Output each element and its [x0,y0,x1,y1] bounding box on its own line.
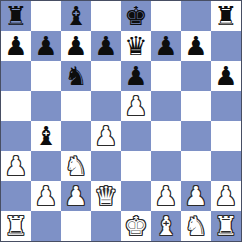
square-b4[interactable]: ♝ [31,121,61,151]
square-c7[interactable]: ♟ [61,31,91,61]
square-c1[interactable] [61,211,91,241]
black-bishop-icon: ♝ [34,121,57,151]
white-pawn-icon: ♟ [34,181,57,211]
white-rook-icon: ♜ [4,211,27,241]
black-pawn-icon: ♟ [124,61,147,91]
white-bishop-icon: ♝ [154,211,177,241]
square-c5[interactable] [61,91,91,121]
square-f6[interactable] [151,61,181,91]
black-pawn-icon: ♟ [4,31,27,61]
black-pawn-icon: ♟ [34,31,57,61]
square-g2[interactable]: ♟ [181,181,211,211]
square-f2[interactable]: ♟ [151,181,181,211]
white-pawn-icon: ♟ [184,181,207,211]
white-king-icon: ♚ [124,211,147,241]
white-pawn-icon: ♟ [4,151,27,181]
square-d4[interactable]: ♟ [91,121,121,151]
black-bishop-icon: ♝ [64,1,87,31]
square-d7[interactable]: ♟ [91,31,121,61]
black-pawn-icon: ♟ [94,31,117,61]
square-f8[interactable] [151,1,181,31]
square-a2[interactable] [1,181,31,211]
black-pawn-icon: ♟ [154,31,177,61]
square-b2[interactable]: ♟ [31,181,61,211]
black-rook-icon: ♜ [214,1,237,31]
white-pawn-icon: ♟ [124,91,147,121]
black-pawn-icon: ♟ [184,31,207,61]
square-c2[interactable]: ♟ [61,181,91,211]
square-b5[interactable] [31,91,61,121]
square-e2[interactable] [121,181,151,211]
square-h2[interactable]: ♟ [211,181,241,211]
square-e4[interactable] [121,121,151,151]
square-e1[interactable]: ♚ [121,211,151,241]
square-g8[interactable] [181,1,211,31]
white-knight-icon: ♞ [184,211,207,241]
square-b8[interactable] [31,1,61,31]
white-pawn-icon: ♟ [214,181,237,211]
white-rook-icon: ♜ [214,211,237,241]
square-d2[interactable]: ♛ [91,181,121,211]
square-f3[interactable] [151,151,181,181]
square-f1[interactable]: ♝ [151,211,181,241]
square-b3[interactable] [31,151,61,181]
white-pawn-icon: ♟ [94,121,117,151]
chess-board: ♜♝♚♜♟♟♟♟♛♟♟♞♟♟♟♝♟♟♞♟♟♛♟♟♟♜♚♝♞♜ [1,1,241,241]
square-g1[interactable]: ♞ [181,211,211,241]
square-c8[interactable]: ♝ [61,1,91,31]
square-h5[interactable] [211,91,241,121]
square-a8[interactable]: ♜ [1,1,31,31]
square-d6[interactable] [91,61,121,91]
square-a6[interactable] [1,61,31,91]
square-a1[interactable]: ♜ [1,211,31,241]
white-pawn-icon: ♟ [154,181,177,211]
square-e6[interactable]: ♟ [121,61,151,91]
black-king-icon: ♚ [124,1,147,31]
black-knight-icon: ♞ [64,61,87,91]
square-h3[interactable] [211,151,241,181]
square-g5[interactable] [181,91,211,121]
square-g6[interactable] [181,61,211,91]
square-c4[interactable] [61,121,91,151]
square-g4[interactable] [181,121,211,151]
black-pawn-icon: ♟ [214,61,237,91]
square-h7[interactable] [211,31,241,61]
white-pawn-icon: ♟ [64,181,87,211]
square-a3[interactable]: ♟ [1,151,31,181]
chess-board-frame: ♜♝♚♜♟♟♟♟♛♟♟♞♟♟♟♝♟♟♞♟♟♛♟♟♟♜♚♝♞♜ [0,0,242,242]
square-e3[interactable] [121,151,151,181]
square-b6[interactable] [31,61,61,91]
square-c3[interactable]: ♞ [61,151,91,181]
square-a5[interactable] [1,91,31,121]
square-a7[interactable]: ♟ [1,31,31,61]
black-rook-icon: ♜ [4,1,27,31]
square-g3[interactable] [181,151,211,181]
square-h6[interactable]: ♟ [211,61,241,91]
square-f7[interactable]: ♟ [151,31,181,61]
square-g7[interactable]: ♟ [181,31,211,61]
white-queen-icon: ♛ [94,181,117,211]
square-d1[interactable] [91,211,121,241]
black-queen-icon: ♛ [124,31,147,61]
square-e8[interactable]: ♚ [121,1,151,31]
square-d3[interactable] [91,151,121,181]
square-h1[interactable]: ♜ [211,211,241,241]
white-knight-icon: ♞ [64,151,87,181]
square-a4[interactable] [1,121,31,151]
square-e5[interactable]: ♟ [121,91,151,121]
square-h8[interactable]: ♜ [211,1,241,31]
square-f4[interactable] [151,121,181,151]
square-d5[interactable] [91,91,121,121]
square-h4[interactable] [211,121,241,151]
square-b1[interactable] [31,211,61,241]
square-e7[interactable]: ♛ [121,31,151,61]
square-d8[interactable] [91,1,121,31]
square-f5[interactable] [151,91,181,121]
square-c6[interactable]: ♞ [61,61,91,91]
square-b7[interactable]: ♟ [31,31,61,61]
black-pawn-icon: ♟ [64,31,87,61]
